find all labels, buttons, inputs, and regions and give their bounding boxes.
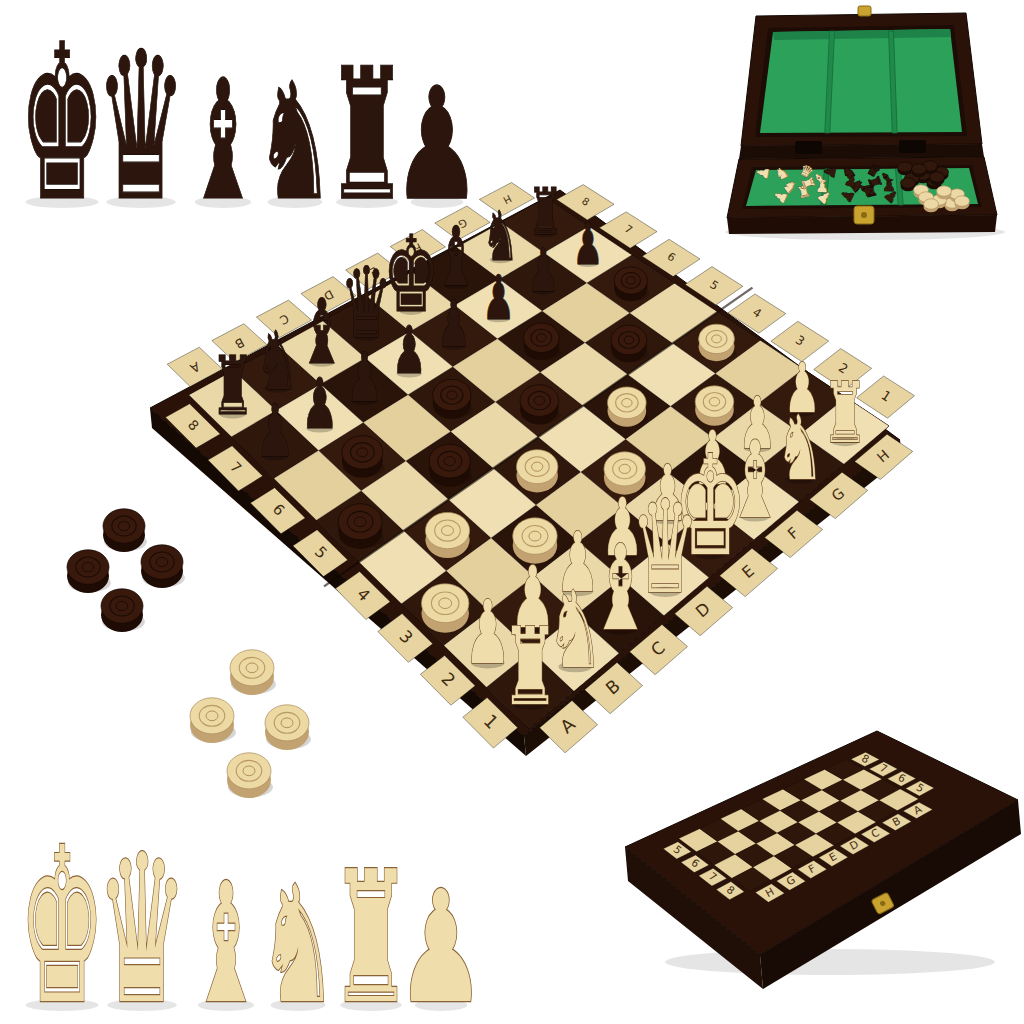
box-light-checker-6 bbox=[937, 186, 952, 196]
loose-light-checker-4 bbox=[227, 753, 273, 798]
checker-dark-c5 bbox=[429, 444, 472, 486]
lineup-light-bishop: ♝ bbox=[189, 847, 263, 1024]
loose-dark-checker-2 bbox=[67, 550, 111, 593]
box-dark-checker-7 bbox=[912, 164, 927, 174]
checker-dark-b6 bbox=[342, 436, 385, 478]
lineup-dark-bishop: ♝ bbox=[186, 44, 260, 238]
piece-light-r-h1: ♜ bbox=[823, 364, 868, 461]
piece-dark-p-g7: ♟ bbox=[527, 236, 559, 305]
closed-board-box: HGFEDCBA58677685 bbox=[625, 731, 1021, 989]
lineup-light-queen: ♛ bbox=[96, 811, 188, 1024]
loose-light-checker-1 bbox=[230, 650, 276, 695]
piece-dark-p-h7-glyph: ♟ bbox=[573, 210, 604, 277]
piece-dark-p-b7: ♟ bbox=[301, 363, 339, 445]
loose-dark-checker-3 bbox=[141, 545, 185, 588]
lineup-dark-knight: ♞ bbox=[255, 48, 335, 236]
checker-light-d4 bbox=[516, 450, 559, 493]
hinge-left bbox=[795, 141, 822, 154]
loose-dark-checker-1 bbox=[103, 509, 147, 552]
loose-dark-checkers-group bbox=[67, 509, 185, 632]
piece-dark-p-h7: ♟ bbox=[573, 210, 604, 277]
piece-dark-p-g7-glyph: ♟ bbox=[527, 236, 559, 305]
checker-light-f4 bbox=[608, 387, 649, 427]
piece-light-r-a1: ♜ bbox=[501, 605, 559, 730]
hinge-right bbox=[899, 140, 926, 153]
checker-dark-a5 bbox=[338, 504, 384, 549]
piece-light-r-a1-glyph: ♜ bbox=[501, 605, 559, 730]
lineup-light-king: ♚ bbox=[19, 801, 106, 1024]
open-storage-box: ♟♜♞♝♛♟♟♜♞♟♟♜♞♝♛♟♟♜♞♟♝♟ bbox=[725, 6, 1005, 240]
checker-dark-f6 bbox=[523, 323, 561, 360]
piece-dark-r-a8: ♜ bbox=[211, 339, 255, 434]
piece-light-r-h1-glyph: ♜ bbox=[823, 364, 868, 461]
box-light-checker-7 bbox=[924, 199, 939, 209]
box-dark-checker-9 bbox=[930, 172, 945, 182]
lineup-light-pawn: ♟ bbox=[396, 858, 486, 1024]
lineup-dark-king: ♚ bbox=[19, 0, 106, 248]
piece-dark-p-e7: ♟ bbox=[437, 286, 471, 360]
piece-dark-p-f7: ♟ bbox=[482, 262, 515, 334]
loose-light-checker-2 bbox=[190, 698, 236, 743]
light-piece-lineup: ♚♛♝♞♜♟ bbox=[19, 801, 487, 1024]
box-dark-checker-1 bbox=[898, 162, 913, 172]
collage-scene: ♟♜♞♝♛♟♟♜♞♟♟♜♞♝♛♟♟♜♞♟♝♟ ♚♛♝♞♜♟ AABBCCDDEE… bbox=[0, 0, 1024, 1024]
piece-dark-p-b7-glyph: ♟ bbox=[301, 363, 339, 445]
box-dark-checker-8 bbox=[901, 178, 916, 188]
lid-felt bbox=[760, 29, 962, 133]
piece-dark-p-f7-glyph: ♟ bbox=[482, 262, 515, 334]
lid-clasp-loop bbox=[858, 6, 871, 16]
dark-piece-lineup: ♚♛♝♞♜♟ bbox=[19, 0, 483, 248]
lineup-dark-queen: ♛ bbox=[95, 8, 187, 246]
checker-light-h4 bbox=[699, 324, 737, 361]
piece-dark-p-d7: ♟ bbox=[392, 313, 427, 389]
checker-light-b4 bbox=[425, 512, 471, 558]
loose-dark-checker-4 bbox=[101, 589, 145, 632]
piece-dark-p-a7-glyph: ♟ bbox=[256, 389, 295, 473]
lineup-light-knight: ♞ bbox=[258, 851, 338, 1024]
checker-dark-e5 bbox=[520, 385, 560, 425]
piece-dark-r-a8-glyph: ♜ bbox=[211, 339, 255, 434]
piece-dark-p-c7: ♟ bbox=[346, 338, 383, 417]
box-light-checker-8 bbox=[955, 196, 970, 206]
checker-dark-h6 bbox=[614, 267, 649, 301]
checker-dark-g5 bbox=[611, 325, 649, 362]
piece-dark-p-c7-glyph: ♟ bbox=[346, 338, 383, 417]
loose-light-checkers-group bbox=[190, 650, 311, 798]
product-collage: ♟♜♞♝♛♟♟♜♞♟♟♜♞♝♛♟♟♜♞♟♝♟ ♚♛♝♞♜♟ AABBCCDDEE… bbox=[0, 0, 1024, 1024]
loose-light-checker-3 bbox=[265, 705, 311, 750]
piece-dark-p-a7: ♟ bbox=[256, 389, 295, 473]
checker-dark-d6 bbox=[433, 379, 473, 418]
piece-dark-p-e7-glyph: ♟ bbox=[437, 286, 471, 360]
piece-dark-p-d7-glyph: ♟ bbox=[392, 313, 427, 389]
